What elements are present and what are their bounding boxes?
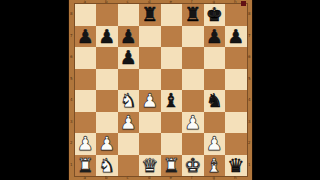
piece-black-pawn: ♟ — [204, 26, 226, 48]
square-d7[interactable] — [139, 26, 161, 48]
square-f7[interactable] — [182, 26, 204, 48]
piece-white-pawn: ♟ — [75, 133, 97, 155]
square-b7[interactable]: ♟ — [96, 26, 118, 48]
square-c3[interactable]: ♟ — [118, 112, 140, 134]
board-grid: ♜♜♚♟♟♟♟♟♟♞♟♝♞♟♟♟♟♟♜♞♛♜♚♝♛ — [75, 4, 247, 176]
piece-white-pawn: ♟ — [118, 112, 140, 134]
square-c4[interactable]: ♞ — [118, 90, 140, 112]
square-b3[interactable] — [96, 112, 118, 134]
square-a5[interactable] — [75, 69, 97, 91]
square-f5[interactable] — [182, 69, 204, 91]
square-c8[interactable] — [118, 4, 140, 26]
piece-white-knight: ♞ — [96, 155, 118, 177]
square-b2[interactable]: ♟ — [96, 133, 118, 155]
chess-board: ♜♜♚♟♟♟♟♟♟♞♟♝♞♟♟♟♟♟♜♞♛♜♚♝♛ — [69, 0, 252, 180]
square-a8[interactable] — [75, 4, 97, 26]
square-h2[interactable] — [225, 133, 247, 155]
square-f2[interactable] — [182, 133, 204, 155]
square-e3[interactable] — [161, 112, 183, 134]
piece-white-rook: ♜ — [161, 155, 183, 177]
square-c2[interactable] — [118, 133, 140, 155]
square-h4[interactable] — [225, 90, 247, 112]
piece-black-queen: ♛ — [225, 155, 247, 177]
square-g7[interactable]: ♟ — [204, 26, 226, 48]
square-a1[interactable]: ♜ — [75, 155, 97, 177]
square-g4[interactable]: ♞ — [204, 90, 226, 112]
square-d6[interactable] — [139, 47, 161, 69]
square-g5[interactable] — [204, 69, 226, 91]
square-f8[interactable]: ♜ — [182, 4, 204, 26]
square-b1[interactable]: ♞ — [96, 155, 118, 177]
square-a4[interactable] — [75, 90, 97, 112]
piece-white-bishop: ♝ — [204, 155, 226, 177]
piece-white-pawn: ♟ — [96, 133, 118, 155]
piece-black-rook: ♜ — [139, 4, 161, 26]
square-b4[interactable] — [96, 90, 118, 112]
square-d1[interactable]: ♛ — [139, 155, 161, 177]
piece-black-pawn: ♟ — [225, 26, 247, 48]
square-h8[interactable] — [225, 4, 247, 26]
square-d8[interactable]: ♜ — [139, 4, 161, 26]
square-d4[interactable]: ♟ — [139, 90, 161, 112]
square-a2[interactable]: ♟ — [75, 133, 97, 155]
piece-black-pawn: ♟ — [96, 26, 118, 48]
piece-black-knight: ♞ — [204, 90, 226, 112]
piece-white-rook: ♜ — [75, 155, 97, 177]
square-e1[interactable]: ♜ — [161, 155, 183, 177]
square-e6[interactable] — [161, 47, 183, 69]
square-c1[interactable] — [118, 155, 140, 177]
square-d2[interactable] — [139, 133, 161, 155]
square-h1[interactable]: ♛ — [225, 155, 247, 177]
square-a3[interactable] — [75, 112, 97, 134]
square-h6[interactable] — [225, 47, 247, 69]
square-h3[interactable] — [225, 112, 247, 134]
square-e2[interactable] — [161, 133, 183, 155]
piece-white-queen: ♛ — [139, 155, 161, 177]
square-e7[interactable] — [161, 26, 183, 48]
square-b6[interactable] — [96, 47, 118, 69]
piece-black-rook: ♜ — [182, 4, 204, 26]
square-a6[interactable] — [75, 47, 97, 69]
square-f3[interactable]: ♟ — [182, 112, 204, 134]
square-f4[interactable] — [182, 90, 204, 112]
square-h5[interactable] — [225, 69, 247, 91]
square-d3[interactable] — [139, 112, 161, 134]
piece-black-pawn: ♟ — [75, 26, 97, 48]
square-g8[interactable]: ♚ — [204, 4, 226, 26]
square-e4[interactable]: ♝ — [161, 90, 183, 112]
piece-white-pawn: ♟ — [204, 133, 226, 155]
piece-white-pawn: ♟ — [139, 90, 161, 112]
square-g6[interactable] — [204, 47, 226, 69]
square-b5[interactable] — [96, 69, 118, 91]
square-g1[interactable]: ♝ — [204, 155, 226, 177]
square-c6[interactable]: ♟ — [118, 47, 140, 69]
piece-white-knight: ♞ — [118, 90, 140, 112]
square-c7[interactable]: ♟ — [118, 26, 140, 48]
square-b8[interactable] — [96, 4, 118, 26]
square-c5[interactable] — [118, 69, 140, 91]
thumbnail-stage: ♜♜♚♟♟♟♟♟♟♞♟♝♞♟♟♟♟♟♜♞♛♜♚♝♛ aabbccddeeffgg… — [0, 0, 320, 180]
piece-black-pawn: ♟ — [118, 47, 140, 69]
square-f6[interactable] — [182, 47, 204, 69]
piece-white-pawn: ♟ — [182, 112, 204, 134]
square-g3[interactable] — [204, 112, 226, 134]
square-e8[interactable] — [161, 4, 183, 26]
square-f1[interactable]: ♚ — [182, 155, 204, 177]
square-e5[interactable] — [161, 69, 183, 91]
piece-black-king: ♚ — [204, 4, 226, 26]
square-d5[interactable] — [139, 69, 161, 91]
square-a7[interactable]: ♟ — [75, 26, 97, 48]
piece-black-bishop: ♝ — [161, 90, 183, 112]
piece-white-king: ♚ — [182, 155, 204, 177]
piece-black-pawn: ♟ — [118, 26, 140, 48]
square-g2[interactable]: ♟ — [204, 133, 226, 155]
square-h7[interactable]: ♟ — [225, 26, 247, 48]
red-corner-marker — [241, 1, 246, 6]
